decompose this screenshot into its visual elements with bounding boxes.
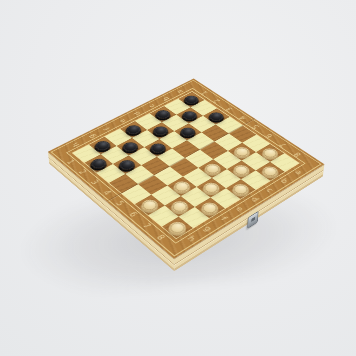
rank-label-back-4: 4 xyxy=(235,113,251,123)
rank-label-back-6: 6 xyxy=(261,130,278,140)
clasp-pin xyxy=(251,217,255,222)
product-photo-canvas: aa11bb22cc33dd44ee55ff66gg77hh88 xyxy=(0,0,356,356)
board-clasp[interactable] xyxy=(247,211,258,229)
game-board: aa11bb22cc33dd44ee55ff66gg77hh88 xyxy=(48,78,325,258)
scene: aa11bb22cc33dd44ee55ff66gg77hh88 xyxy=(0,0,356,356)
